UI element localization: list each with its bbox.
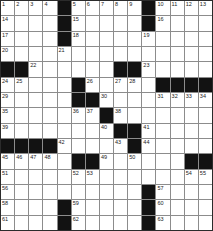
letter-cell-r9c2[interactable] xyxy=(15,124,28,138)
clue-number-26: 26 xyxy=(87,78,93,84)
block-cell-r7c7 xyxy=(86,93,99,107)
clue-number-25: 25 xyxy=(16,78,22,84)
clue-number-60: 60 xyxy=(157,200,163,206)
letter-cell-r12c7[interactable]: 53 xyxy=(86,170,99,184)
letter-cell-r15c13[interactable] xyxy=(171,216,184,230)
letter-cell-r12c4[interactable] xyxy=(43,170,56,184)
clue-number-42: 42 xyxy=(59,139,65,145)
letter-cell-r11c1[interactable]: 45 xyxy=(1,154,14,168)
block-cell-r9c9 xyxy=(114,124,127,138)
letter-cell-r5c5[interactable] xyxy=(58,62,71,76)
letter-cell-r4c1[interactable]: 20 xyxy=(1,47,14,61)
block-cell-r6c12 xyxy=(156,78,169,92)
letter-cell-r6c8[interactable] xyxy=(100,78,113,92)
block-cell-r15c5 xyxy=(58,216,71,230)
block-cell-r7c6 xyxy=(72,93,85,107)
letter-cell-r9c3[interactable] xyxy=(29,124,42,138)
letter-cell-r13c13[interactable] xyxy=(171,185,184,199)
clue-number-8: 8 xyxy=(115,1,118,7)
letter-cell-r4c13[interactable] xyxy=(171,47,184,61)
block-cell-r11c15 xyxy=(199,154,212,168)
block-cell-r6c13 xyxy=(171,78,184,92)
letter-cell-r15c2[interactable] xyxy=(15,216,28,230)
clue-number-43: 43 xyxy=(115,139,121,145)
block-cell-r11c6 xyxy=(72,154,85,168)
letter-cell-r10c9[interactable]: 43 xyxy=(114,139,127,153)
clue-number-19: 19 xyxy=(143,32,149,38)
clue-number-27: 27 xyxy=(115,78,121,84)
letter-cell-r14c9[interactable] xyxy=(114,200,127,214)
clue-number-5: 5 xyxy=(73,1,76,7)
letter-cell-r13c2[interactable] xyxy=(15,185,28,199)
letter-cell-r13c5[interactable] xyxy=(58,185,71,199)
letter-cell-r2c13[interactable] xyxy=(171,16,184,30)
letter-cell-r8c12[interactable] xyxy=(156,108,169,122)
letter-cell-r4c7[interactable] xyxy=(86,47,99,61)
letter-cell-r3c9[interactable] xyxy=(114,32,127,46)
letter-cell-r15c14[interactable] xyxy=(185,216,198,230)
letter-cell-r3c13[interactable] xyxy=(171,32,184,46)
block-cell-r15c11 xyxy=(142,216,155,230)
block-cell-r10c2 xyxy=(15,139,28,153)
letter-cell-r12c8[interactable] xyxy=(100,170,113,184)
letter-cell-r2c7[interactable] xyxy=(86,16,99,30)
clue-number-54: 54 xyxy=(186,170,192,176)
letter-cell-r13c1[interactable]: 56 xyxy=(1,185,14,199)
block-cell-r5c9 xyxy=(114,62,127,76)
clue-number-52: 52 xyxy=(73,170,79,176)
letter-cell-r10c7[interactable] xyxy=(86,139,99,153)
block-cell-r1c11 xyxy=(142,1,155,15)
letter-cell-r7c3[interactable] xyxy=(29,93,42,107)
letter-cell-r14c1[interactable]: 58 xyxy=(1,200,14,214)
letter-cell-r6c5[interactable] xyxy=(58,78,71,92)
letter-cell-r8c6[interactable]: 36 xyxy=(72,108,85,122)
letter-cell-r15c8[interactable] xyxy=(100,216,113,230)
clue-number-58: 58 xyxy=(2,200,8,206)
letter-cell-r3c3[interactable] xyxy=(29,32,42,46)
letter-cell-r1c10[interactable]: 9 xyxy=(128,1,141,15)
clue-number-28: 28 xyxy=(129,78,135,84)
letter-cell-r8c5[interactable] xyxy=(58,108,71,122)
block-cell-r14c5 xyxy=(58,200,71,214)
letter-cell-r1c13[interactable]: 11 xyxy=(171,1,184,15)
clue-number-39: 39 xyxy=(2,124,8,130)
letter-cell-r6c3[interactable] xyxy=(29,78,42,92)
letter-cell-r7c11[interactable] xyxy=(142,93,155,107)
letter-cell-r7c12[interactable]: 31 xyxy=(156,93,169,107)
letter-cell-r13c7[interactable] xyxy=(86,185,99,199)
clue-number-49: 49 xyxy=(101,154,107,160)
letter-cell-r1c12[interactable]: 10 xyxy=(156,1,169,15)
clue-number-10: 10 xyxy=(157,1,163,7)
clue-number-57: 57 xyxy=(157,185,163,191)
letter-cell-r5c14[interactable] xyxy=(185,62,198,76)
letter-cell-r3c11[interactable]: 19 xyxy=(142,32,155,46)
letter-cell-r9c7[interactable] xyxy=(86,124,99,138)
letter-cell-r8c1[interactable]: 35 xyxy=(1,108,14,122)
clue-number-41: 41 xyxy=(143,124,149,130)
letter-cell-r9c14[interactable] xyxy=(185,124,198,138)
letter-cell-r2c14[interactable] xyxy=(185,16,198,30)
letter-cell-r11c2[interactable]: 46 xyxy=(15,154,28,168)
clue-number-13: 13 xyxy=(200,1,206,7)
letter-cell-r14c15[interactable] xyxy=(199,200,212,214)
letter-cell-r3c10[interactable] xyxy=(128,32,141,46)
clue-number-2: 2 xyxy=(16,1,19,7)
clue-number-50: 50 xyxy=(129,154,135,160)
letter-cell-r14c2[interactable] xyxy=(15,200,28,214)
letter-cell-r9c4[interactable] xyxy=(43,124,56,138)
letter-cell-r7c9[interactable] xyxy=(114,93,127,107)
letter-cell-r1c8[interactable]: 7 xyxy=(100,1,113,15)
letter-cell-r13c12[interactable]: 57 xyxy=(156,185,169,199)
clue-number-33: 33 xyxy=(186,93,192,99)
letter-cell-r8c14[interactable] xyxy=(185,108,198,122)
letter-cell-r10c6[interactable] xyxy=(72,139,85,153)
clue-number-40: 40 xyxy=(101,124,107,130)
letter-cell-r11c5[interactable] xyxy=(58,154,71,168)
letter-cell-r14c4[interactable] xyxy=(43,200,56,214)
letter-cell-r9c5[interactable] xyxy=(58,124,71,138)
clue-number-53: 53 xyxy=(87,170,93,176)
letter-cell-r15c4[interactable] xyxy=(43,216,56,230)
clue-number-17: 17 xyxy=(2,32,8,38)
letter-cell-r9c13[interactable] xyxy=(171,124,184,138)
letter-cell-r2c4[interactable] xyxy=(43,16,56,30)
clue-number-9: 9 xyxy=(129,1,132,7)
letter-cell-r6c9[interactable]: 27 xyxy=(114,78,127,92)
letter-cell-r6c11[interactable] xyxy=(142,78,155,92)
letter-cell-r4c4[interactable] xyxy=(43,47,56,61)
clue-number-4: 4 xyxy=(44,1,47,7)
letter-cell-r10c15[interactable] xyxy=(199,139,212,153)
block-cell-r3c5 xyxy=(58,32,71,46)
clue-number-34: 34 xyxy=(200,93,206,99)
letter-cell-r8c15[interactable] xyxy=(199,108,212,122)
letter-cell-r7c5[interactable] xyxy=(58,93,71,107)
letter-cell-r1c1[interactable]: 1 xyxy=(1,1,14,15)
letter-cell-r3c1[interactable]: 17 xyxy=(1,32,14,46)
block-cell-r10c10 xyxy=(128,139,141,153)
letter-cell-r8c13[interactable] xyxy=(171,108,184,122)
letter-cell-r12c1[interactable]: 51 xyxy=(1,170,14,184)
letter-cell-r9c12[interactable] xyxy=(156,124,169,138)
letter-cell-r2c9[interactable] xyxy=(114,16,127,30)
crossword-grid: 1234567891011121314151617181920212223242… xyxy=(0,0,213,231)
letter-cell-r3c8[interactable] xyxy=(100,32,113,46)
letter-cell-r1c15[interactable]: 13 xyxy=(199,1,212,15)
letter-cell-r7c8[interactable]: 30 xyxy=(100,93,113,107)
block-cell-r10c1 xyxy=(1,139,14,153)
letter-cell-r1c7[interactable]: 6 xyxy=(86,1,99,15)
letter-cell-r1c9[interactable]: 8 xyxy=(114,1,127,15)
letter-cell-r7c4[interactable] xyxy=(43,93,56,107)
letter-cell-r2c6[interactable]: 15 xyxy=(72,16,85,30)
clue-number-63: 63 xyxy=(157,216,163,222)
letter-cell-r8c4[interactable] xyxy=(43,108,56,122)
letter-cell-r10c11[interactable]: 44 xyxy=(142,139,155,153)
letter-cell-r2c15[interactable] xyxy=(199,16,212,30)
letter-cell-r7c10[interactable] xyxy=(128,93,141,107)
letter-cell-r6c10[interactable]: 28 xyxy=(128,78,141,92)
letter-cell-r5c7[interactable] xyxy=(86,62,99,76)
letter-cell-r5c15[interactable] xyxy=(199,62,212,76)
clue-number-35: 35 xyxy=(2,108,8,114)
letter-cell-r2c3[interactable] xyxy=(29,16,42,30)
block-cell-r11c14 xyxy=(185,154,198,168)
letter-cell-r10c12[interactable] xyxy=(156,139,169,153)
clue-number-7: 7 xyxy=(101,1,104,7)
letter-cell-r11c10[interactable]: 50 xyxy=(128,154,141,168)
clue-number-23: 23 xyxy=(143,62,149,68)
clue-number-51: 51 xyxy=(2,170,8,176)
letter-cell-r15c1[interactable]: 61 xyxy=(1,216,14,230)
letter-cell-r14c13[interactable] xyxy=(171,200,184,214)
letter-cell-r12c2[interactable] xyxy=(15,170,28,184)
letter-cell-r5c12[interactable] xyxy=(156,62,169,76)
block-cell-r13c11 xyxy=(142,185,155,199)
letter-cell-r13c9[interactable] xyxy=(114,185,127,199)
letter-cell-r15c6[interactable]: 62 xyxy=(72,216,85,230)
letter-cell-r1c3[interactable]: 3 xyxy=(29,1,42,15)
letter-cell-r4c9[interactable] xyxy=(114,47,127,61)
letter-cell-r11c4[interactable]: 48 xyxy=(43,154,56,168)
letter-cell-r4c6[interactable] xyxy=(72,47,85,61)
block-cell-r9c10 xyxy=(128,124,141,138)
clue-number-37: 37 xyxy=(87,108,93,114)
clue-number-32: 32 xyxy=(172,93,178,99)
letter-cell-r3c6[interactable]: 18 xyxy=(72,32,85,46)
letter-cell-r11c3[interactable]: 47 xyxy=(29,154,42,168)
letter-cell-r13c15[interactable] xyxy=(199,185,212,199)
letter-cell-r15c3[interactable] xyxy=(29,216,42,230)
block-cell-r1c5 xyxy=(58,1,71,15)
clue-number-31: 31 xyxy=(157,93,163,99)
block-cell-r14c11 xyxy=(142,200,155,214)
letter-cell-r4c3[interactable] xyxy=(29,47,42,61)
letter-cell-r10c8[interactable] xyxy=(100,139,113,153)
letter-cell-r7c1[interactable]: 29 xyxy=(1,93,14,107)
clue-number-44: 44 xyxy=(143,139,149,145)
letter-cell-r14c3[interactable] xyxy=(29,200,42,214)
letter-cell-r13c10[interactable] xyxy=(128,185,141,199)
letter-cell-r5c11[interactable]: 23 xyxy=(142,62,155,76)
letter-cell-r13c8[interactable] xyxy=(100,185,113,199)
letter-cell-r2c2[interactable] xyxy=(15,16,28,30)
letter-cell-r6c1[interactable]: 24 xyxy=(1,78,14,92)
clue-number-18: 18 xyxy=(73,32,79,38)
clue-number-15: 15 xyxy=(73,16,79,22)
clue-number-20: 20 xyxy=(2,47,8,53)
letter-cell-r5c4[interactable] xyxy=(43,62,56,76)
letter-cell-r4c15[interactable] xyxy=(199,47,212,61)
clue-number-59: 59 xyxy=(73,200,79,206)
letter-cell-r7c13[interactable]: 32 xyxy=(171,93,184,107)
letter-cell-r10c14[interactable] xyxy=(185,139,198,153)
letter-cell-r10c5[interactable]: 42 xyxy=(58,139,71,153)
clue-number-11: 11 xyxy=(172,1,178,7)
letter-cell-r15c12[interactable]: 63 xyxy=(156,216,169,230)
clue-number-30: 30 xyxy=(101,93,107,99)
letter-cell-r9c6[interactable] xyxy=(72,124,85,138)
clue-number-24: 24 xyxy=(2,78,8,84)
letter-cell-r6c7[interactable]: 26 xyxy=(86,78,99,92)
letter-cell-r7c15[interactable]: 34 xyxy=(199,93,212,107)
letter-cell-r11c11[interactable] xyxy=(142,154,155,168)
clue-number-48: 48 xyxy=(44,154,50,160)
block-cell-r8c8 xyxy=(100,108,113,122)
letter-cell-r12c12[interactable] xyxy=(156,170,169,184)
letter-cell-r12c9[interactable] xyxy=(114,170,127,184)
letter-cell-r4c8[interactable] xyxy=(100,47,113,61)
letter-cell-r8c10[interactable] xyxy=(128,108,141,122)
block-cell-r5c2 xyxy=(15,62,28,76)
letter-cell-r13c14[interactable] xyxy=(185,185,198,199)
letter-cell-r1c4[interactable]: 4 xyxy=(43,1,56,15)
letter-cell-r13c3[interactable] xyxy=(29,185,42,199)
clue-number-38: 38 xyxy=(115,108,121,114)
letter-cell-r2c12[interactable]: 16 xyxy=(156,16,169,30)
letter-cell-r8c3[interactable] xyxy=(29,108,42,122)
letter-cell-r9c1[interactable]: 39 xyxy=(1,124,14,138)
letter-cell-r14c7[interactable] xyxy=(86,200,99,214)
letter-cell-r7c14[interactable]: 33 xyxy=(185,93,198,107)
letter-cell-r13c6[interactable] xyxy=(72,185,85,199)
letter-cell-r14c8[interactable] xyxy=(100,200,113,214)
block-cell-r2c11 xyxy=(142,16,155,30)
letter-cell-r15c10[interactable] xyxy=(128,216,141,230)
clue-number-16: 16 xyxy=(157,16,163,22)
letter-cell-r3c7[interactable] xyxy=(86,32,99,46)
letter-cell-r2c10[interactable] xyxy=(128,16,141,30)
letter-cell-r13c4[interactable] xyxy=(43,185,56,199)
letter-cell-r11c9[interactable] xyxy=(114,154,127,168)
letter-cell-r1c6[interactable]: 5 xyxy=(72,1,85,15)
block-cell-r6c15 xyxy=(199,78,212,92)
letter-cell-r8c2[interactable] xyxy=(15,108,28,122)
letter-cell-r10c13[interactable] xyxy=(171,139,184,153)
letter-cell-r12c6[interactable]: 52 xyxy=(72,170,85,184)
letter-cell-r4c14[interactable] xyxy=(185,47,198,61)
clue-number-14: 14 xyxy=(2,16,8,22)
letter-cell-r14c10[interactable] xyxy=(128,200,141,214)
clue-number-47: 47 xyxy=(30,154,36,160)
letter-cell-r11c12[interactable] xyxy=(156,154,169,168)
letter-cell-r11c13[interactable] xyxy=(171,154,184,168)
letter-cell-r12c14[interactable]: 54 xyxy=(185,170,198,184)
letter-cell-r7c2[interactable] xyxy=(15,93,28,107)
block-cell-r2c5 xyxy=(58,16,71,30)
letter-cell-r14c12[interactable]: 60 xyxy=(156,200,169,214)
clue-number-12: 12 xyxy=(186,1,192,7)
letter-cell-r15c7[interactable] xyxy=(86,216,99,230)
letter-cell-r4c12[interactable] xyxy=(156,47,169,61)
clue-number-6: 6 xyxy=(87,1,90,7)
block-cell-r10c3 xyxy=(29,139,42,153)
clue-number-22: 22 xyxy=(30,62,36,68)
letter-cell-r4c5[interactable]: 21 xyxy=(58,47,71,61)
letter-cell-r5c13[interactable] xyxy=(171,62,184,76)
clue-number-1: 1 xyxy=(2,1,5,7)
letter-cell-r4c2[interactable] xyxy=(15,47,28,61)
letter-cell-r5c3[interactable]: 22 xyxy=(29,62,42,76)
letter-cell-r12c5[interactable] xyxy=(58,170,71,184)
letter-cell-r8c7[interactable]: 37 xyxy=(86,108,99,122)
clue-number-55: 55 xyxy=(200,170,206,176)
letter-cell-r1c2[interactable]: 2 xyxy=(15,1,28,15)
clue-number-45: 45 xyxy=(2,154,8,160)
letter-cell-r9c11[interactable]: 41 xyxy=(142,124,155,138)
letter-cell-r9c15[interactable] xyxy=(199,124,212,138)
clue-number-62: 62 xyxy=(73,216,79,222)
letter-cell-r3c14[interactable] xyxy=(185,32,198,46)
letter-cell-r12c15[interactable]: 55 xyxy=(199,170,212,184)
letter-cell-r3c2[interactable] xyxy=(15,32,28,46)
clue-number-46: 46 xyxy=(16,154,22,160)
letter-cell-r11c8[interactable]: 49 xyxy=(100,154,113,168)
letter-cell-r14c6[interactable]: 59 xyxy=(72,200,85,214)
block-cell-r11c7 xyxy=(86,154,99,168)
letter-cell-r8c9[interactable]: 38 xyxy=(114,108,127,122)
letter-cell-r12c11[interactable] xyxy=(142,170,155,184)
letter-cell-r12c3[interactable] xyxy=(29,170,42,184)
clue-number-29: 29 xyxy=(2,93,8,99)
block-cell-r5c10 xyxy=(128,62,141,76)
letter-cell-r15c9[interactable] xyxy=(114,216,127,230)
letter-cell-r3c15[interactable] xyxy=(199,32,212,46)
block-cell-r5c1 xyxy=(1,62,14,76)
letter-cell-r6c2[interactable]: 25 xyxy=(15,78,28,92)
block-cell-r6c6 xyxy=(72,78,85,92)
clue-number-21: 21 xyxy=(59,47,65,53)
letter-cell-r12c13[interactable] xyxy=(171,170,184,184)
letter-cell-r6c4[interactable] xyxy=(43,78,56,92)
letter-cell-r5c8[interactable] xyxy=(100,62,113,76)
letter-cell-r5c6[interactable] xyxy=(72,62,85,76)
letter-cell-r15c15[interactable] xyxy=(199,216,212,230)
letter-cell-r9c8[interactable]: 40 xyxy=(100,124,113,138)
letter-cell-r4c10[interactable] xyxy=(128,47,141,61)
clue-number-61: 61 xyxy=(2,216,8,222)
block-cell-r6c14 xyxy=(185,78,198,92)
letter-cell-r12c10[interactable] xyxy=(128,170,141,184)
letter-cell-r2c8[interactable] xyxy=(100,16,113,30)
clue-number-36: 36 xyxy=(73,108,79,114)
letter-cell-r3c4[interactable] xyxy=(43,32,56,46)
letter-cell-r3c12[interactable] xyxy=(156,32,169,46)
clue-number-3: 3 xyxy=(30,1,33,7)
letter-cell-r14c14[interactable] xyxy=(185,200,198,214)
letter-cell-r2c1[interactable]: 14 xyxy=(1,16,14,30)
letter-cell-r1c14[interactable]: 12 xyxy=(185,1,198,15)
block-cell-r10c4 xyxy=(43,139,56,153)
letter-cell-r8c11[interactable] xyxy=(142,108,155,122)
letter-cell-r4c11[interactable] xyxy=(142,47,155,61)
clue-number-56: 56 xyxy=(2,185,8,191)
